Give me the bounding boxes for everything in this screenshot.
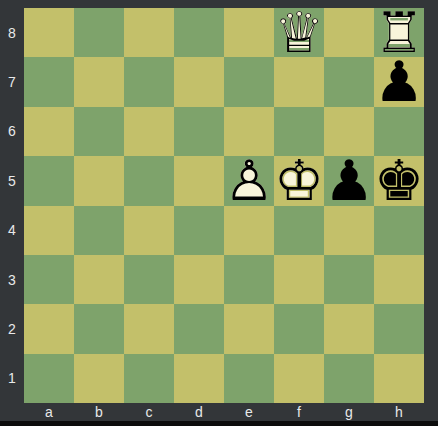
square-a3[interactable] xyxy=(24,255,74,304)
white-queen-outline-icon: ♕ xyxy=(274,8,324,57)
square-b6[interactable] xyxy=(74,107,124,156)
square-h2[interactable] xyxy=(374,304,424,353)
file-labels: abcdefgh xyxy=(24,403,424,421)
square-e2[interactable] xyxy=(224,304,274,353)
square-c1[interactable] xyxy=(124,354,174,403)
rank-label-6: 6 xyxy=(0,107,24,156)
rank-label-5: 5 xyxy=(0,156,24,205)
square-a4[interactable] xyxy=(24,206,74,255)
square-b5[interactable] xyxy=(74,156,124,205)
square-b8[interactable] xyxy=(74,8,124,57)
square-f4[interactable] xyxy=(274,206,324,255)
black-pawn-icon: ♟ xyxy=(324,156,374,205)
square-a1[interactable] xyxy=(24,354,74,403)
square-d6[interactable] xyxy=(174,107,224,156)
square-b7[interactable] xyxy=(74,57,124,106)
square-f2[interactable] xyxy=(274,304,324,353)
square-c2[interactable] xyxy=(124,304,174,353)
piece-black-king[interactable]: ♚ xyxy=(374,156,424,205)
square-g8[interactable] xyxy=(324,8,374,57)
piece-white-queen[interactable]: ♛♕ xyxy=(274,8,324,57)
square-g5[interactable]: ♟ xyxy=(324,156,374,205)
square-f3[interactable] xyxy=(274,255,324,304)
square-d1[interactable] xyxy=(174,354,224,403)
square-c5[interactable] xyxy=(124,156,174,205)
square-b4[interactable] xyxy=(74,206,124,255)
square-b2[interactable] xyxy=(74,304,124,353)
file-label-d: d xyxy=(174,403,224,421)
square-b1[interactable] xyxy=(74,354,124,403)
square-e3[interactable] xyxy=(224,255,274,304)
square-c7[interactable] xyxy=(124,57,174,106)
square-f1[interactable] xyxy=(274,354,324,403)
square-g4[interactable] xyxy=(324,206,374,255)
square-e4[interactable] xyxy=(224,206,274,255)
file-label-h: h xyxy=(374,403,424,421)
square-h3[interactable] xyxy=(374,255,424,304)
square-h1[interactable] xyxy=(374,354,424,403)
chess-board-window: 87654321 ♛♕♜♖♟♟♙♚♔♟♚ abcdefgh xyxy=(0,0,438,426)
black-king-icon: ♚ xyxy=(374,156,424,205)
black-pawn-icon: ♟ xyxy=(374,57,424,106)
square-g3[interactable] xyxy=(324,255,374,304)
square-a5[interactable] xyxy=(24,156,74,205)
file-label-e: e xyxy=(224,403,274,421)
square-d4[interactable] xyxy=(174,206,224,255)
square-e5[interactable]: ♟♙ xyxy=(224,156,274,205)
square-e1[interactable] xyxy=(224,354,274,403)
rank-label-4: 4 xyxy=(0,206,24,255)
square-g1[interactable] xyxy=(324,354,374,403)
square-a6[interactable] xyxy=(24,107,74,156)
rank-labels: 87654321 xyxy=(0,8,24,403)
rank-label-7: 7 xyxy=(0,57,24,106)
square-h5[interactable]: ♚ xyxy=(374,156,424,205)
rank-label-1: 1 xyxy=(0,354,24,403)
square-e8[interactable] xyxy=(224,8,274,57)
rank-label-2: 2 xyxy=(0,304,24,353)
chess-board: ♛♕♜♖♟♟♙♚♔♟♚ xyxy=(24,8,424,403)
square-h7[interactable]: ♟ xyxy=(374,57,424,106)
square-e7[interactable] xyxy=(224,57,274,106)
white-king-outline-icon: ♔ xyxy=(274,156,324,205)
square-c4[interactable] xyxy=(124,206,174,255)
piece-black-pawn[interactable]: ♟ xyxy=(324,156,374,205)
square-c6[interactable] xyxy=(124,107,174,156)
square-g2[interactable] xyxy=(324,304,374,353)
square-h4[interactable] xyxy=(374,206,424,255)
square-a7[interactable] xyxy=(24,57,74,106)
square-d8[interactable] xyxy=(174,8,224,57)
square-g7[interactable] xyxy=(324,57,374,106)
square-d3[interactable] xyxy=(174,255,224,304)
piece-white-king[interactable]: ♚♔ xyxy=(274,156,324,205)
window-bottom-edge xyxy=(0,421,438,426)
square-a8[interactable] xyxy=(24,8,74,57)
file-label-g: g xyxy=(324,403,374,421)
square-f5[interactable]: ♚♔ xyxy=(274,156,324,205)
piece-black-pawn[interactable]: ♟ xyxy=(374,57,424,106)
square-c8[interactable] xyxy=(124,8,174,57)
rank-label-8: 8 xyxy=(0,8,24,57)
white-pawn-outline-icon: ♙ xyxy=(224,156,274,205)
piece-white-pawn[interactable]: ♟♙ xyxy=(224,156,274,205)
file-label-a: a xyxy=(24,403,74,421)
square-d2[interactable] xyxy=(174,304,224,353)
square-c3[interactable] xyxy=(124,255,174,304)
square-f8[interactable]: ♛♕ xyxy=(274,8,324,57)
rank-label-3: 3 xyxy=(0,255,24,304)
file-label-f: f xyxy=(274,403,324,421)
file-label-b: b xyxy=(74,403,124,421)
square-d5[interactable] xyxy=(174,156,224,205)
square-d7[interactable] xyxy=(174,57,224,106)
square-b3[interactable] xyxy=(74,255,124,304)
file-label-c: c xyxy=(124,403,174,421)
square-f7[interactable] xyxy=(274,57,324,106)
square-a2[interactable] xyxy=(24,304,74,353)
